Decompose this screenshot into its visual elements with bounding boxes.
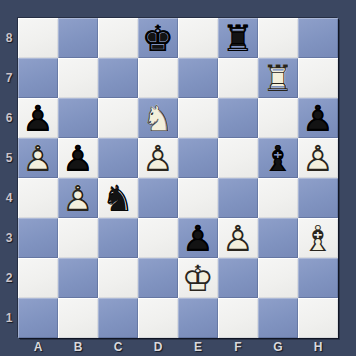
square-a4[interactable] <box>18 178 58 218</box>
piece-white-bishop[interactable]: ♝♗ <box>298 218 338 258</box>
square-d8[interactable]: ♚♔ <box>138 18 178 58</box>
piece-white-pawn[interactable]: ♟︎♙ <box>298 138 338 178</box>
white-rook-glyph-outline: ♖ <box>258 58 298 98</box>
piece-black-knight[interactable]: ♞♘ <box>98 178 138 218</box>
square-h3[interactable]: ♝♗ <box>298 218 338 258</box>
square-b3[interactable] <box>58 218 98 258</box>
file-labels: ABCDEFGH <box>18 338 338 356</box>
square-h2[interactable] <box>298 258 338 298</box>
file-label-e: E <box>178 338 218 356</box>
square-f2[interactable] <box>218 258 258 298</box>
square-g4[interactable] <box>258 178 298 218</box>
square-h1[interactable] <box>298 298 338 338</box>
square-a2[interactable] <box>18 258 58 298</box>
square-h4[interactable] <box>298 178 338 218</box>
square-d7[interactable] <box>138 58 178 98</box>
square-g5[interactable]: ♝♗ <box>258 138 298 178</box>
piece-white-pawn[interactable]: ♟︎♙ <box>218 218 258 258</box>
piece-black-king[interactable]: ♚♔ <box>138 18 178 58</box>
piece-white-knight[interactable]: ♞♘ <box>138 98 178 138</box>
white-pawn-glyph-outline: ♙ <box>218 218 258 258</box>
piece-white-pawn[interactable]: ♟︎♙ <box>138 138 178 178</box>
square-b8[interactable] <box>58 18 98 58</box>
piece-black-bishop[interactable]: ♝♗ <box>258 138 298 178</box>
black-pawn-glyph-outline: ♙ <box>298 98 338 138</box>
square-g1[interactable] <box>258 298 298 338</box>
square-c2[interactable] <box>98 258 138 298</box>
square-c6[interactable] <box>98 98 138 138</box>
square-d6[interactable]: ♞♘ <box>138 98 178 138</box>
square-a5[interactable]: ♟︎♙ <box>18 138 58 178</box>
square-c8[interactable] <box>98 18 138 58</box>
square-f4[interactable] <box>218 178 258 218</box>
rank-label-4: 4 <box>0 178 18 218</box>
piece-white-pawn[interactable]: ♟︎♙ <box>18 138 58 178</box>
square-e7[interactable] <box>178 58 218 98</box>
square-d3[interactable] <box>138 218 178 258</box>
square-d5[interactable]: ♟︎♙ <box>138 138 178 178</box>
rank-label-2: 2 <box>0 258 18 298</box>
white-pawn-glyph-outline: ♙ <box>18 138 58 178</box>
square-d4[interactable] <box>138 178 178 218</box>
square-d2[interactable] <box>138 258 178 298</box>
piece-white-king[interactable]: ♚♔ <box>178 258 218 298</box>
square-c4[interactable]: ♞♘ <box>98 178 138 218</box>
square-a8[interactable] <box>18 18 58 58</box>
square-c7[interactable] <box>98 58 138 98</box>
square-a6[interactable]: ♟︎♙ <box>18 98 58 138</box>
piece-black-pawn[interactable]: ♟︎♙ <box>298 98 338 138</box>
black-rook-glyph-outline: ♖ <box>218 18 258 58</box>
piece-white-pawn[interactable]: ♟︎♙ <box>58 178 98 218</box>
square-f8[interactable]: ♜♖ <box>218 18 258 58</box>
white-pawn-glyph-outline: ♙ <box>298 138 338 178</box>
square-f6[interactable] <box>218 98 258 138</box>
square-h5[interactable]: ♟︎♙ <box>298 138 338 178</box>
file-label-h: H <box>298 338 338 356</box>
square-c3[interactable] <box>98 218 138 258</box>
black-pawn-glyph-outline: ♙ <box>58 138 98 178</box>
square-g6[interactable] <box>258 98 298 138</box>
square-e6[interactable] <box>178 98 218 138</box>
square-f1[interactable] <box>218 298 258 338</box>
rank-label-5: 5 <box>0 138 18 178</box>
file-label-b: B <box>58 338 98 356</box>
square-a3[interactable] <box>18 218 58 258</box>
square-h8[interactable] <box>298 18 338 58</box>
square-b4[interactable]: ♟︎♙ <box>58 178 98 218</box>
black-knight-glyph-outline: ♘ <box>98 178 138 218</box>
square-b5[interactable]: ♟︎♙ <box>58 138 98 178</box>
square-b2[interactable] <box>58 258 98 298</box>
file-label-d: D <box>138 338 178 356</box>
square-e3[interactable]: ♟︎♙ <box>178 218 218 258</box>
chess-board: ♚♔♜♖♜♖♟︎♙♞♘♟︎♙♟︎♙♟︎♙♟︎♙♝♗♟︎♙♟︎♙♞♘♟︎♙♟︎♙♝… <box>18 18 338 338</box>
piece-black-pawn[interactable]: ♟︎♙ <box>58 138 98 178</box>
rank-label-3: 3 <box>0 218 18 258</box>
black-king-glyph-outline: ♔ <box>138 18 178 58</box>
piece-black-pawn[interactable]: ♟︎♙ <box>178 218 218 258</box>
square-e1[interactable] <box>178 298 218 338</box>
square-h7[interactable] <box>298 58 338 98</box>
piece-white-rook[interactable]: ♜♖ <box>258 58 298 98</box>
rank-label-8: 8 <box>0 18 18 58</box>
white-bishop-glyph-outline: ♗ <box>298 218 338 258</box>
piece-black-pawn[interactable]: ♟︎♙ <box>18 98 58 138</box>
square-f7[interactable] <box>218 58 258 98</box>
file-label-f: F <box>218 338 258 356</box>
square-d1[interactable] <box>138 298 178 338</box>
piece-black-rook[interactable]: ♜♖ <box>218 18 258 58</box>
square-a7[interactable] <box>18 58 58 98</box>
square-e5[interactable] <box>178 138 218 178</box>
rank-label-7: 7 <box>0 58 18 98</box>
rank-label-1: 1 <box>0 298 18 338</box>
square-e2[interactable]: ♚♔ <box>178 258 218 298</box>
file-label-g: G <box>258 338 298 356</box>
square-f5[interactable] <box>218 138 258 178</box>
white-pawn-glyph-outline: ♙ <box>138 138 178 178</box>
chess-board-frame: 87654321 ♚♔♜♖♜♖♟︎♙♞♘♟︎♙♟︎♙♟︎♙♟︎♙♝♗♟︎♙♟︎♙… <box>0 0 356 356</box>
square-b7[interactable] <box>58 58 98 98</box>
rank-label-6: 6 <box>0 98 18 138</box>
square-c1[interactable] <box>98 298 138 338</box>
square-h6[interactable]: ♟︎♙ <box>298 98 338 138</box>
square-e4[interactable] <box>178 178 218 218</box>
square-c5[interactable] <box>98 138 138 178</box>
square-g8[interactable] <box>258 18 298 58</box>
white-pawn-glyph-outline: ♙ <box>58 178 98 218</box>
file-label-a: A <box>18 338 58 356</box>
square-b6[interactable] <box>58 98 98 138</box>
square-a1[interactable] <box>18 298 58 338</box>
square-e8[interactable] <box>178 18 218 58</box>
white-king-glyph-outline: ♔ <box>178 258 218 298</box>
file-label-c: C <box>98 338 138 356</box>
rank-labels: 87654321 <box>0 18 18 338</box>
square-g2[interactable] <box>258 258 298 298</box>
black-bishop-glyph-outline: ♗ <box>258 138 298 178</box>
black-pawn-glyph-outline: ♙ <box>178 218 218 258</box>
square-b1[interactable] <box>58 298 98 338</box>
square-f3[interactable]: ♟︎♙ <box>218 218 258 258</box>
square-g3[interactable] <box>258 218 298 258</box>
square-g7[interactable]: ♜♖ <box>258 58 298 98</box>
white-knight-glyph-outline: ♘ <box>138 98 178 138</box>
black-pawn-glyph-outline: ♙ <box>18 98 58 138</box>
